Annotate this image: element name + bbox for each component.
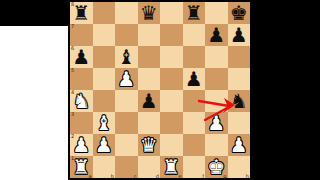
black-rook-piece: ♜ (185, 2, 203, 24)
black-pawn-piece: ♟ (140, 90, 158, 112)
square-h8[interactable]: ♚ (228, 2, 251, 24)
video-frame: 8♜♛♜♚7♟♟6♟♝5♟♟4♞♟♞3♝♟2♟♟♛♟1a♜bcde♜fg♚h (0, 0, 320, 180)
file-label-b: b (111, 173, 114, 179)
square-a5[interactable]: 5 (70, 68, 93, 90)
file-label-h: h (246, 173, 249, 179)
square-e8[interactable] (160, 2, 183, 24)
white-knight-piece: ♞ (72, 90, 90, 112)
square-g2[interactable] (205, 134, 228, 156)
square-f2[interactable] (183, 134, 206, 156)
square-e4[interactable] (160, 90, 183, 112)
rank-label-3: 3 (71, 111, 74, 117)
square-g7[interactable]: ♟ (205, 24, 228, 46)
square-f3[interactable] (183, 112, 206, 134)
square-a7[interactable]: 7 (70, 24, 93, 46)
square-a1[interactable]: 1a♜ (70, 156, 93, 178)
white-rook-piece: ♜ (72, 156, 90, 178)
black-knight-piece: ♞ (230, 90, 248, 112)
square-b8[interactable] (93, 2, 116, 24)
file-label-d: d (156, 173, 159, 179)
square-d8[interactable]: ♛ (138, 2, 161, 24)
square-e5[interactable] (160, 68, 183, 90)
black-queen-piece: ♛ (140, 2, 158, 24)
white-queen-piece: ♛ (140, 134, 158, 156)
square-f6[interactable] (183, 46, 206, 68)
square-a2[interactable]: 2♟ (70, 134, 93, 156)
square-h6[interactable] (228, 46, 251, 68)
square-a8[interactable]: 8♜ (70, 2, 93, 24)
square-e3[interactable] (160, 112, 183, 134)
diagram-white-margin (0, 26, 68, 180)
square-c1[interactable]: c (115, 156, 138, 178)
white-pawn-piece: ♟ (207, 112, 225, 134)
rank-label-5: 5 (71, 67, 74, 73)
file-label-g: g (223, 173, 226, 179)
square-c5[interactable]: ♟ (115, 68, 138, 90)
square-d5[interactable] (138, 68, 161, 90)
square-b3[interactable]: ♝ (93, 112, 116, 134)
black-bishop-piece: ♝ (117, 46, 135, 68)
square-g8[interactable] (205, 2, 228, 24)
white-king-piece: ♚ (207, 156, 225, 178)
chess-board: 8♜♛♜♚7♟♟6♟♝5♟♟4♞♟♞3♝♟2♟♟♛♟1a♜bcde♜fg♚h (68, 0, 252, 180)
square-d2[interactable]: ♛ (138, 134, 161, 156)
square-h4[interactable]: ♞ (228, 90, 251, 112)
file-label-e: e (178, 173, 181, 179)
square-f4[interactable] (183, 90, 206, 112)
rank-label-2: 2 (71, 133, 74, 139)
square-d1[interactable]: d (138, 156, 161, 178)
white-rook-piece: ♜ (162, 156, 180, 178)
file-label-c: c (134, 173, 137, 179)
letterbox-top-left (0, 0, 68, 26)
rank-label-8: 8 (71, 1, 74, 7)
square-b4[interactable] (93, 90, 116, 112)
square-g6[interactable] (205, 46, 228, 68)
white-pawn-piece: ♟ (72, 134, 90, 156)
square-d4[interactable]: ♟ (138, 90, 161, 112)
white-bishop-piece: ♝ (95, 112, 113, 134)
square-h7[interactable]: ♟ (228, 24, 251, 46)
white-pawn-piece: ♟ (117, 68, 135, 90)
square-f5[interactable]: ♟ (183, 68, 206, 90)
file-label-a: a (88, 173, 91, 179)
square-h5[interactable] (228, 68, 251, 90)
square-h2[interactable]: ♟ (228, 134, 251, 156)
black-pawn-piece: ♟ (207, 24, 225, 46)
square-e7[interactable] (160, 24, 183, 46)
square-a3[interactable]: 3 (70, 112, 93, 134)
black-pawn-piece: ♟ (72, 46, 90, 68)
black-pawn-piece: ♟ (185, 68, 203, 90)
square-e1[interactable]: e♜ (160, 156, 183, 178)
square-c2[interactable] (115, 134, 138, 156)
square-h3[interactable] (228, 112, 251, 134)
square-a4[interactable]: 4♞ (70, 90, 93, 112)
square-g5[interactable] (205, 68, 228, 90)
rank-label-7: 7 (71, 23, 74, 29)
square-b6[interactable] (93, 46, 116, 68)
black-rook-piece: ♜ (72, 2, 90, 24)
square-c4[interactable] (115, 90, 138, 112)
square-b1[interactable]: b (93, 156, 116, 178)
square-a6[interactable]: 6♟ (70, 46, 93, 68)
square-b7[interactable] (93, 24, 116, 46)
square-d3[interactable] (138, 112, 161, 134)
rank-label-1: 1 (71, 155, 74, 161)
square-c3[interactable] (115, 112, 138, 134)
square-h1[interactable]: h (228, 156, 251, 178)
square-d6[interactable] (138, 46, 161, 68)
letterbox-right (252, 0, 320, 180)
square-e2[interactable] (160, 134, 183, 156)
black-pawn-piece: ♟ (230, 24, 248, 46)
chess-board-grid: 8♜♛♜♚7♟♟6♟♝5♟♟4♞♟♞3♝♟2♟♟♛♟1a♜bcde♜fg♚h (70, 2, 250, 178)
square-b2[interactable]: ♟ (93, 134, 116, 156)
square-d7[interactable] (138, 24, 161, 46)
black-king-piece: ♚ (230, 2, 248, 24)
square-f7[interactable] (183, 24, 206, 46)
file-label-f: f (202, 173, 204, 179)
square-f1[interactable]: f (183, 156, 206, 178)
square-c6[interactable]: ♝ (115, 46, 138, 68)
square-e6[interactable] (160, 46, 183, 68)
square-c8[interactable] (115, 2, 138, 24)
square-c7[interactable] (115, 24, 138, 46)
rank-label-6: 6 (71, 45, 74, 51)
white-pawn-piece: ♟ (95, 134, 113, 156)
white-pawn-piece: ♟ (230, 134, 248, 156)
rank-label-4: 4 (71, 89, 74, 95)
square-b5[interactable] (93, 68, 116, 90)
square-g4[interactable] (205, 90, 228, 112)
square-f8[interactable]: ♜ (183, 2, 206, 24)
square-g1[interactable]: g♚ (205, 156, 228, 178)
square-g3[interactable]: ♟ (205, 112, 228, 134)
